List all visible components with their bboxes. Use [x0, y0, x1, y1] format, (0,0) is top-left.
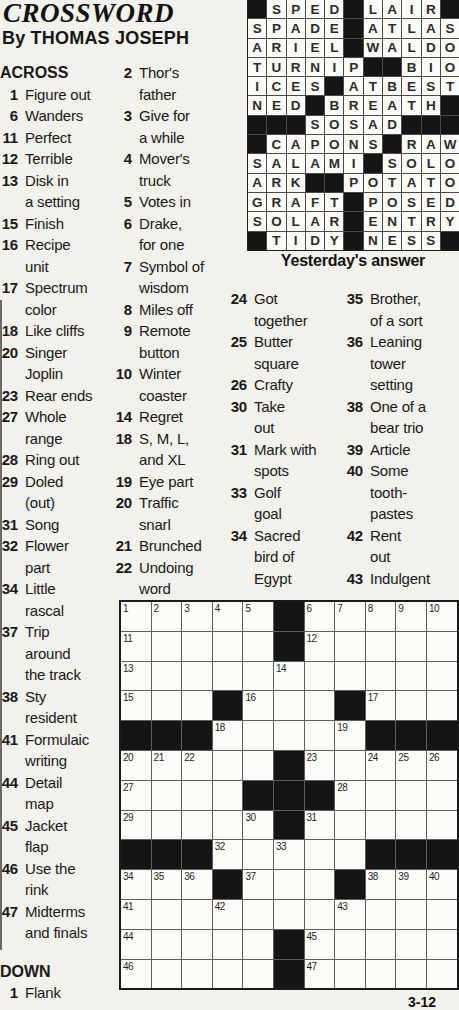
- cell-5-9[interactable]: 25: [396, 751, 426, 780]
- cell-0-10[interactable]: 10: [427, 602, 457, 631]
- cell-6-0: [248, 116, 266, 134]
- cell-7-4[interactable]: 30: [243, 811, 273, 840]
- cell-12-5: [344, 232, 362, 250]
- cell-10-2: A: [287, 193, 305, 211]
- cell-letter: E: [330, 21, 339, 36]
- cell-letter: H: [426, 98, 436, 113]
- cell-number: 4: [215, 603, 220, 614]
- cell-6-8[interactable]: [366, 781, 396, 810]
- cell-5-7[interactable]: [335, 751, 365, 780]
- cell-7-10: W: [441, 135, 459, 153]
- clue-line: 14Regret: [108, 406, 240, 428]
- cell-5-3[interactable]: [213, 751, 243, 780]
- cell-3-9[interactable]: [396, 691, 426, 720]
- cell-letter: E: [311, 2, 320, 17]
- cell-11-4: R: [325, 212, 343, 230]
- cell-letter: P: [349, 175, 358, 190]
- section-header: ACROSS: [0, 62, 116, 84]
- cell-0-1[interactable]: 2: [152, 602, 182, 631]
- cell-4-4[interactable]: [243, 721, 273, 750]
- clue-number: 5: [108, 191, 132, 213]
- cell-1-1: P: [267, 19, 285, 37]
- clue-line: map: [0, 793, 116, 815]
- cell-2-1[interactable]: [152, 662, 182, 691]
- cell-9-4[interactable]: 37: [243, 870, 273, 899]
- cell-5-2[interactable]: 22: [182, 751, 212, 780]
- cell-number: 40: [429, 871, 439, 882]
- cell-11-4[interactable]: [243, 930, 273, 959]
- clue-number: [108, 342, 132, 364]
- cell-0-2[interactable]: 3: [182, 602, 212, 631]
- cell-2-4[interactable]: [243, 662, 273, 691]
- cell-2-10[interactable]: [427, 662, 457, 691]
- cell-6-10[interactable]: [427, 781, 457, 810]
- clue-number: [223, 310, 247, 332]
- cell-letter: R: [329, 214, 339, 229]
- clue-text: Song: [25, 514, 59, 536]
- cell-6-9[interactable]: [396, 781, 426, 810]
- cell-4-1: C: [267, 77, 285, 95]
- cell-10-5[interactable]: [274, 900, 304, 929]
- cell-letter: A: [426, 21, 436, 36]
- cell-2-4: L: [325, 39, 343, 57]
- cell-letter: T: [427, 175, 435, 190]
- clue-number: [339, 374, 363, 396]
- cell-8-5[interactable]: 33: [274, 840, 304, 869]
- cell-3-10: O: [441, 58, 459, 76]
- cell-1-10[interactable]: [427, 632, 457, 661]
- cell-letter: S: [311, 79, 320, 94]
- cell-11-10[interactable]: [427, 930, 457, 959]
- cell-3-8[interactable]: 17: [366, 691, 396, 720]
- cell-3-6[interactable]: [305, 691, 335, 720]
- cell-letter: E: [291, 79, 300, 94]
- cell-number: 5: [245, 603, 250, 614]
- clue-text: Like cliffs: [25, 320, 84, 342]
- cell-letter: R: [272, 175, 282, 190]
- cell-7-9[interactable]: [396, 811, 426, 840]
- cell-0-0[interactable]: 1: [121, 602, 151, 631]
- clue-line: wisdom: [108, 277, 240, 299]
- cell-letter: E: [272, 98, 281, 113]
- cell-12-6[interactable]: 47: [305, 960, 335, 989]
- cell-letter: L: [427, 156, 435, 171]
- clue-line: 9Remote: [108, 320, 240, 342]
- clue-number: 1: [0, 982, 18, 1004]
- cell-11-8[interactable]: [366, 930, 396, 959]
- cell-letter: P: [349, 60, 358, 75]
- clue-text: out: [370, 546, 390, 568]
- cell-7-0[interactable]: 29: [121, 811, 151, 840]
- clue-number: [339, 482, 363, 504]
- clue-number: [108, 234, 132, 256]
- cell-letter: E: [368, 98, 377, 113]
- cell-3-2[interactable]: [182, 691, 212, 720]
- cell-1-7[interactable]: [335, 632, 365, 661]
- clue-line: 15Finish: [0, 213, 116, 235]
- cell-number: 10: [429, 603, 439, 614]
- clue-number: 19: [108, 471, 132, 493]
- cell-2-2[interactable]: [182, 662, 212, 691]
- clue-text: Recipe: [25, 234, 71, 256]
- cell-number: 17: [368, 692, 378, 703]
- cell-9-10: O: [441, 174, 459, 192]
- cell-6-0[interactable]: 27: [121, 781, 151, 810]
- clue-number: [108, 127, 132, 149]
- clue-line: 1Flank: [0, 982, 116, 1004]
- clue-line: 1Figure out: [0, 84, 116, 106]
- cell-6-2[interactable]: [182, 781, 212, 810]
- cell-12-3[interactable]: [213, 960, 243, 989]
- clue-number: [108, 385, 132, 407]
- cell-7-6[interactable]: 31: [305, 811, 335, 840]
- cell-3-6: [364, 58, 382, 76]
- clue-line: 44Detail: [0, 772, 116, 794]
- clue-line: 42Rent: [339, 525, 459, 547]
- cell-11-0[interactable]: 44: [121, 930, 151, 959]
- cell-letter: I: [429, 60, 433, 75]
- cell-5-10[interactable]: 26: [427, 751, 457, 780]
- cell-letter: O: [445, 60, 456, 75]
- cell-letter: S: [426, 79, 435, 94]
- cell-9-2[interactable]: 36: [182, 870, 212, 899]
- byline: By THOMAS JOSEPH: [2, 28, 189, 49]
- cell-1-9[interactable]: [396, 632, 426, 661]
- cell-12-2[interactable]: [182, 960, 212, 989]
- cell-letter: R: [407, 137, 417, 152]
- clue-number: [0, 191, 18, 213]
- clue-number: [0, 707, 18, 729]
- cell-12-8[interactable]: [366, 960, 396, 989]
- clue-number: 32: [0, 535, 18, 557]
- cell-5-5: [274, 751, 304, 780]
- cell-12-1[interactable]: [152, 960, 182, 989]
- cell-10-8[interactable]: [366, 900, 396, 929]
- clue-text: Crafty: [254, 374, 293, 396]
- cell-letter: I: [332, 60, 336, 75]
- cell-number: 16: [245, 692, 255, 703]
- clue-line: 31Song: [0, 514, 116, 536]
- cell-10-5: [344, 193, 362, 211]
- clue-number: [0, 492, 18, 514]
- cell-2-0[interactable]: 13: [121, 662, 151, 691]
- cell-3-10[interactable]: [427, 691, 457, 720]
- cell-9-9: T: [422, 174, 440, 192]
- cell-12-0[interactable]: 46: [121, 960, 151, 989]
- cell-5-4[interactable]: [243, 751, 273, 780]
- clue-line: 21Brunched: [108, 535, 240, 557]
- cell-letter: L: [369, 2, 377, 17]
- clue-text: around: [25, 643, 71, 665]
- cell-7-7[interactable]: [335, 811, 365, 840]
- cell-letter: D: [291, 98, 301, 113]
- cell-12-9: S: [422, 232, 440, 250]
- cell-0-6[interactable]: 6: [305, 602, 335, 631]
- clue-number: 41: [0, 729, 18, 751]
- clue-number: 26: [223, 374, 247, 396]
- cell-11-5: [274, 930, 304, 959]
- cell-2-3[interactable]: [213, 662, 243, 691]
- clue-number: 42: [339, 525, 363, 547]
- cell-2-7[interactable]: [335, 662, 365, 691]
- clue-number: 25: [223, 331, 247, 353]
- cell-10-2[interactable]: [182, 900, 212, 929]
- cell-4-7[interactable]: 19: [335, 721, 365, 750]
- cell-11-1: O: [267, 212, 285, 230]
- cell-7-10[interactable]: [427, 811, 457, 840]
- cell-11-6: E: [364, 212, 382, 230]
- cell-6-1[interactable]: [152, 781, 182, 810]
- clue-number: 17: [0, 277, 18, 299]
- cell-12-10[interactable]: [427, 960, 457, 989]
- cell-3-1[interactable]: [152, 691, 182, 720]
- cell-8-7[interactable]: [335, 840, 365, 869]
- cell-letter: C: [272, 79, 282, 94]
- cell-1-8[interactable]: [366, 632, 396, 661]
- date-code: 3-12: [408, 994, 456, 1010]
- cell-0-3[interactable]: 4: [213, 602, 243, 631]
- cell-4-5[interactable]: [274, 721, 304, 750]
- cell-5-1[interactable]: 21: [152, 751, 182, 780]
- clue-text: Flower: [25, 535, 69, 557]
- cell-9-5[interactable]: [274, 870, 304, 899]
- clue-text: word: [139, 578, 171, 600]
- clue-line: 18S, M, L,: [108, 428, 240, 450]
- clue-number: 43: [339, 568, 363, 590]
- cell-2-5[interactable]: 14: [274, 662, 304, 691]
- clue-line: out: [223, 417, 341, 439]
- cell-8-9: L: [422, 154, 440, 172]
- cell-1-9: A: [422, 19, 440, 37]
- cell-3-2: R: [287, 58, 305, 76]
- cell-8-4[interactable]: [243, 840, 273, 869]
- cell-5-6[interactable]: 23: [305, 751, 335, 780]
- cell-letter: S: [446, 21, 455, 36]
- cell-letter: R: [272, 195, 282, 210]
- cell-letter: S: [407, 233, 416, 248]
- cell-3-5[interactable]: [274, 691, 304, 720]
- clue-text: Wanders: [25, 105, 83, 127]
- cell-3-5: P: [344, 58, 362, 76]
- cell-10-7: O: [383, 193, 401, 211]
- clue-text: Regret: [139, 406, 183, 428]
- cell-1-1[interactable]: [152, 632, 182, 661]
- cell-0-4[interactable]: 5: [243, 602, 273, 631]
- cell-4-6[interactable]: [305, 721, 335, 750]
- cell-11-2[interactable]: [182, 930, 212, 959]
- cell-letter: L: [407, 40, 415, 55]
- cell-11-7[interactable]: [335, 930, 365, 959]
- cell-letter: A: [368, 117, 378, 132]
- clue-line: around: [0, 643, 116, 665]
- clue-line: 4Mover's: [108, 148, 240, 170]
- cell-4-0: I: [248, 77, 266, 95]
- cell-12-9[interactable]: [396, 960, 426, 989]
- clue-line: 5Votes in: [108, 191, 240, 213]
- cell-9-6[interactable]: [305, 870, 335, 899]
- cell-number: 14: [276, 663, 286, 674]
- cell-10-6: P: [364, 193, 382, 211]
- cell-9-8[interactable]: 38: [366, 870, 396, 899]
- clue-line: 22Undoing: [108, 557, 240, 579]
- cell-4-3[interactable]: 18: [213, 721, 243, 750]
- cell-letter: L: [292, 214, 300, 229]
- cell-10-9[interactable]: [396, 900, 426, 929]
- clue-line: 10Winter: [108, 363, 240, 385]
- cell-number: 18: [215, 722, 225, 733]
- cell-5-8[interactable]: 24: [366, 751, 396, 780]
- cell-letter: T: [388, 21, 396, 36]
- cell-10-8: S: [402, 193, 420, 211]
- cell-1-2[interactable]: [182, 632, 212, 661]
- cell-letter: O: [445, 175, 456, 190]
- cell-8-6[interactable]: [305, 840, 335, 869]
- cell-letter: N: [252, 98, 262, 113]
- cell-letter: S: [253, 214, 262, 229]
- cell-2-9: D: [422, 39, 440, 57]
- cell-number: 33: [276, 841, 286, 852]
- cell-9-7: T: [383, 174, 401, 192]
- cell-letter: D: [387, 117, 397, 132]
- cell-9-9[interactable]: 39: [396, 870, 426, 899]
- cell-11-6[interactable]: 45: [305, 930, 335, 959]
- clue-text: Leaning: [370, 331, 422, 353]
- cell-10-3[interactable]: 42: [213, 900, 243, 929]
- clue-number: 28: [0, 449, 18, 471]
- cell-8-3[interactable]: 32: [213, 840, 243, 869]
- cell-0-9[interactable]: 9: [396, 602, 426, 631]
- cell-number: 20: [123, 752, 133, 763]
- cell-1-6[interactable]: 12: [305, 632, 335, 661]
- clue-text: Finish: [25, 213, 64, 235]
- cell-7-3[interactable]: [213, 811, 243, 840]
- clue-text: color: [25, 299, 57, 321]
- clue-number: 11: [0, 127, 18, 149]
- cell-6-10: [441, 116, 459, 134]
- cell-11-3[interactable]: [213, 930, 243, 959]
- cell-12-10: [441, 232, 459, 250]
- cell-5-0[interactable]: 20: [121, 751, 151, 780]
- clue-text: bear trio: [370, 417, 423, 439]
- cell-5-7: A: [383, 96, 401, 114]
- clue-line: coaster: [108, 385, 240, 407]
- cell-0-10: [441, 0, 459, 18]
- cell-letter: R: [272, 40, 282, 55]
- cell-7-1: C: [267, 135, 285, 153]
- cell-8-5: I: [344, 154, 362, 172]
- cell-11-10: Y: [441, 212, 459, 230]
- cell-11-0: S: [248, 212, 266, 230]
- cell-10-1[interactable]: [152, 900, 182, 929]
- cell-letter: E: [388, 233, 397, 248]
- cell-7-1[interactable]: [152, 811, 182, 840]
- cell-10-4[interactable]: [243, 900, 273, 929]
- clue-line: Joplin: [0, 363, 116, 385]
- clue-line: button: [108, 342, 240, 364]
- clue-text: Use the: [25, 858, 75, 880]
- cell-number: 45: [307, 931, 317, 942]
- cell-10-7[interactable]: 43: [335, 900, 365, 929]
- cell-2-10: O: [441, 39, 459, 57]
- cell-6-3[interactable]: [213, 781, 243, 810]
- cell-0-8: I: [402, 0, 420, 18]
- cell-6-7[interactable]: 28: [335, 781, 365, 810]
- clue-text: the track: [25, 664, 81, 686]
- cell-2-9[interactable]: [396, 662, 426, 691]
- cell-9-1[interactable]: 35: [152, 870, 182, 899]
- cell-1-3[interactable]: [213, 632, 243, 661]
- cell-4-9: S: [422, 77, 440, 95]
- cell-10-0[interactable]: 41: [121, 900, 151, 929]
- cell-7-8[interactable]: [366, 811, 396, 840]
- cell-11-9[interactable]: [396, 930, 426, 959]
- cell-3-4[interactable]: 16: [243, 691, 273, 720]
- clue-line: bear trio: [339, 417, 459, 439]
- cell-10-10[interactable]: [427, 900, 457, 929]
- cell-letter: A: [349, 79, 359, 94]
- cell-12-4[interactable]: [243, 960, 273, 989]
- cell-3-0[interactable]: 15: [121, 691, 151, 720]
- cell-letter: T: [407, 214, 415, 229]
- cell-letter: A: [291, 137, 301, 152]
- cell-2-8[interactable]: [366, 662, 396, 691]
- cell-9-3: [213, 870, 243, 899]
- cell-5-3: [306, 96, 324, 114]
- cell-7-0: [248, 135, 266, 153]
- clue-text: writing: [25, 750, 67, 772]
- cell-letter: E: [407, 79, 416, 94]
- cell-2-6[interactable]: [305, 662, 335, 691]
- clue-line: truck: [108, 170, 240, 192]
- cell-9-0[interactable]: 34: [121, 870, 151, 899]
- clue-column-down-1: 2Thor'sfather3Give fora while4Mover'stru…: [108, 62, 240, 600]
- cell-0-7[interactable]: 7: [335, 602, 365, 631]
- cell-4-7: B: [383, 77, 401, 95]
- cell-letter: D: [426, 40, 436, 55]
- cell-1-8: L: [402, 19, 420, 37]
- cell-11-1[interactable]: [152, 930, 182, 959]
- cell-letter: I: [294, 40, 298, 55]
- cell-10-6[interactable]: [305, 900, 335, 929]
- clue-line: snarl: [108, 514, 240, 536]
- cell-0-5: [274, 602, 304, 631]
- clue-line: 35Brother,: [339, 288, 459, 310]
- cell-2-7: A: [383, 39, 401, 57]
- cell-1-4[interactable]: [243, 632, 273, 661]
- cell-12-7[interactable]: [335, 960, 365, 989]
- cell-0-8[interactable]: 8: [366, 602, 396, 631]
- clue-line: word: [108, 578, 240, 600]
- cell-10-0: G: [248, 193, 266, 211]
- puzzle-grid: 1234567891011121314151617181920212223242…: [119, 600, 459, 990]
- cell-7-2[interactable]: [182, 811, 212, 840]
- cell-letter: B: [407, 60, 417, 75]
- cell-12-2: I: [287, 232, 305, 250]
- clue-text: Sacred: [254, 525, 300, 547]
- cell-number: 6: [307, 603, 312, 614]
- cell-1-0[interactable]: 11: [121, 632, 151, 661]
- clue-number: [223, 568, 247, 590]
- clue-line: 38Sty: [0, 686, 116, 708]
- clue-text: Singer: [25, 342, 67, 364]
- clue-number: [0, 643, 18, 665]
- cell-9-10[interactable]: 40: [427, 870, 457, 899]
- clue-column-down-3: 35Brother,of a sort36Leaningtowersetting…: [339, 288, 459, 589]
- cell-3-1: U: [267, 58, 285, 76]
- clue-text: Flank: [25, 982, 61, 1004]
- cell-letter: A: [387, 40, 397, 55]
- clue-line: flap: [0, 836, 116, 858]
